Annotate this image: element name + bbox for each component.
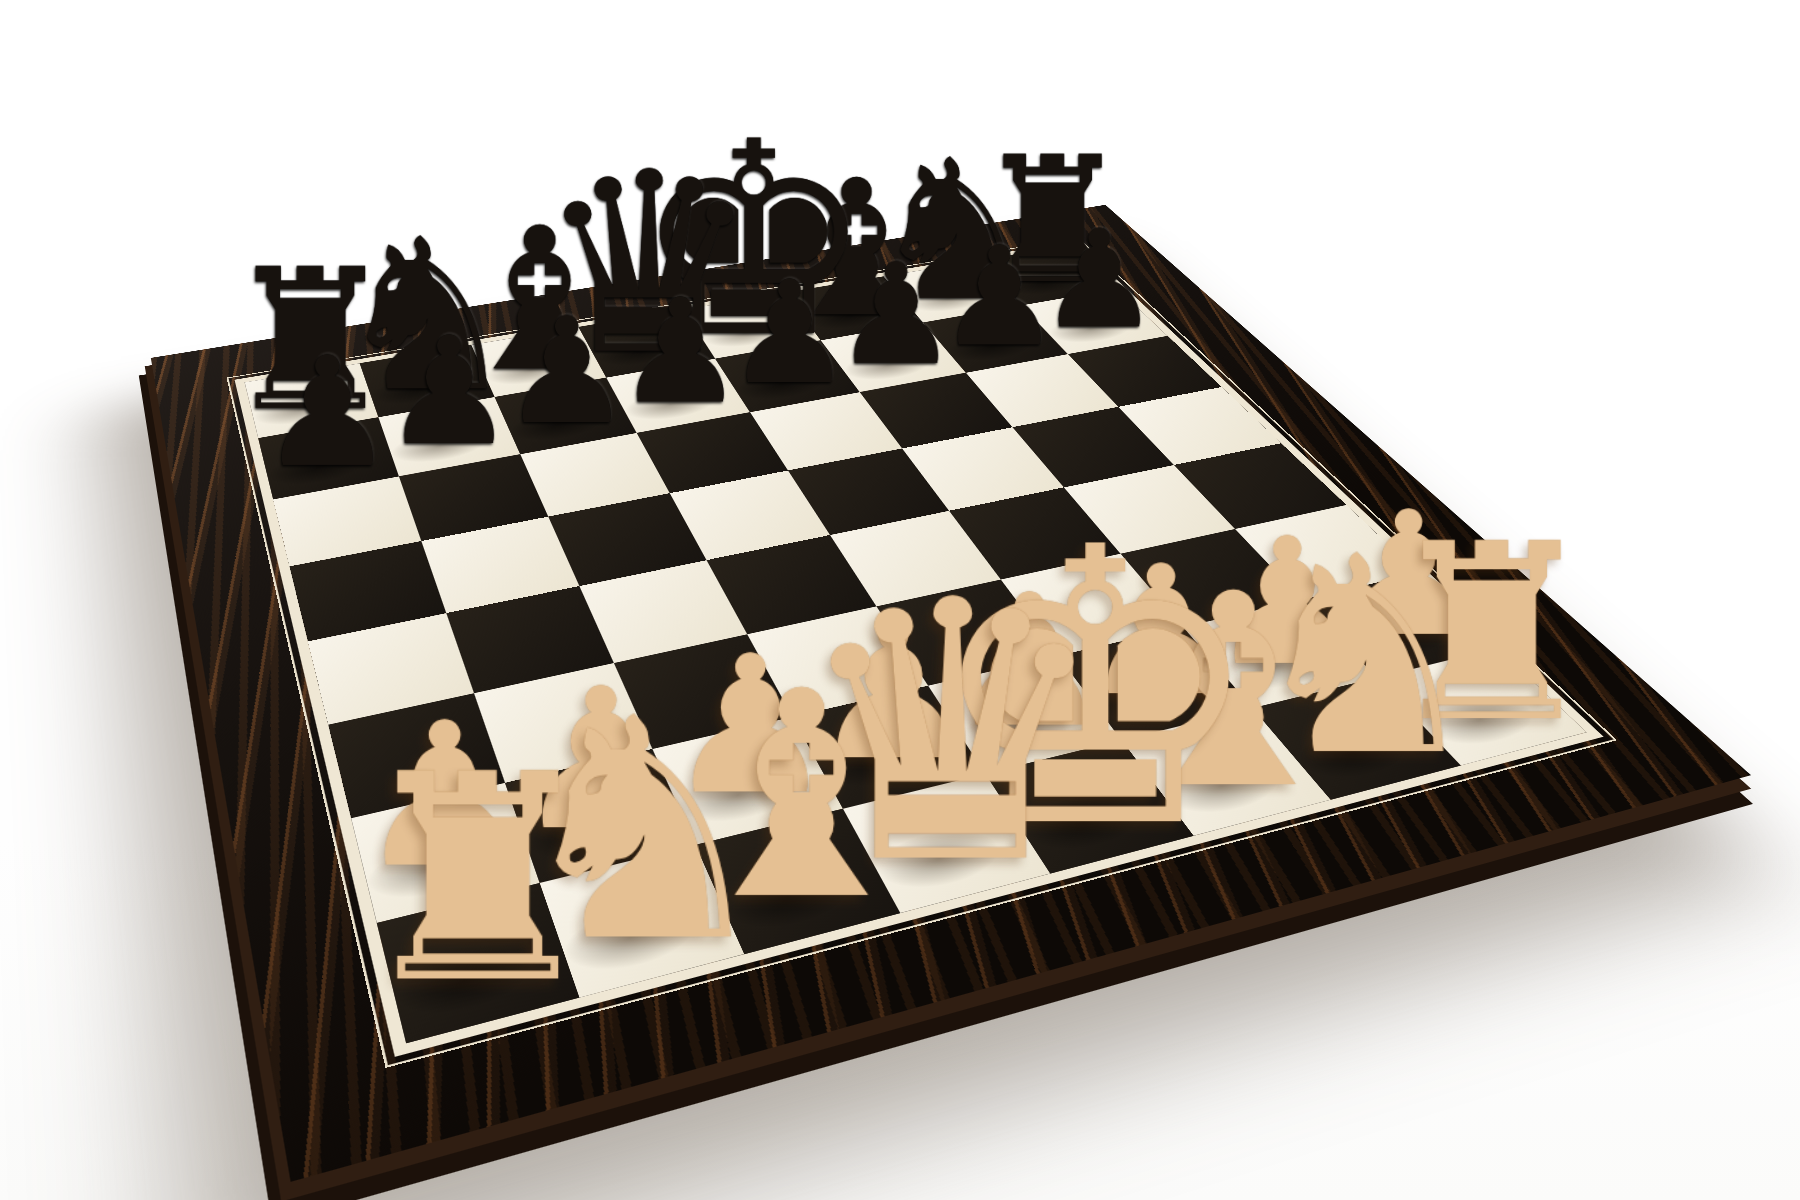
scene: ♜♞♝♛♚♝♞♜♟♟♟♟♟♟♟♟♟♟♟♟♟♟♟♟♜♞♝♛♚♝♞♜	[0, 0, 1800, 1200]
grid: ♜♞♝♛♚♝♞♜♟♟♟♟♟♟♟♟♟♟♟♟♟♟♟♟♜♞♝♛♚♝♞♜	[245, 245, 1587, 1043]
chessboard: ♜♞♝♛♚♝♞♜♟♟♟♟♟♟♟♟♟♟♟♟♟♟♟♟♜♞♝♛♚♝♞♜	[151, 205, 1751, 1182]
piece-white-rook-a1[interactable]: ♜	[350, 736, 606, 1022]
piece-black-pawn-e7[interactable]: ♟	[726, 262, 853, 404]
piece-black-pawn-b7[interactable]: ♟	[382, 317, 516, 466]
board-frame: ♜♞♝♛♚♝♞♜♟♟♟♟♟♟♟♟♟♟♟♟♟♟♟♟♜♞♝♛♚♝♞♜	[151, 205, 1751, 1182]
piece-black-pawn-c7[interactable]: ♟	[501, 298, 633, 445]
piece-black-pawn-d7[interactable]: ♟	[615, 280, 744, 424]
piece-black-pawn-a7[interactable]: ♟	[260, 337, 396, 489]
square-a1[interactable]: ♜	[377, 883, 579, 1043]
play-area: ♜♞♝♛♚♝♞♜♟♟♟♟♟♟♟♟♟♟♟♟♟♟♟♟♜♞♝♛♚♝♞♜	[235, 241, 1604, 1057]
square-a7[interactable]: ♟	[258, 417, 398, 499]
